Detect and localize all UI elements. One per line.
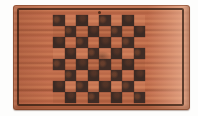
square-e1[interactable] bbox=[99, 92, 111, 103]
square-f2[interactable] bbox=[111, 81, 123, 92]
square-d6[interactable] bbox=[88, 37, 100, 48]
square-d1[interactable] bbox=[88, 92, 100, 103]
wood-knot bbox=[98, 11, 101, 14]
square-c1[interactable] bbox=[76, 92, 88, 103]
square-e8[interactable] bbox=[99, 15, 111, 26]
square-a5[interactable] bbox=[53, 48, 65, 59]
square-a7[interactable] bbox=[53, 26, 65, 37]
square-f4[interactable] bbox=[111, 59, 123, 70]
square-e7[interactable] bbox=[99, 26, 111, 37]
square-a3[interactable] bbox=[53, 70, 65, 81]
center-wear-smudge bbox=[93, 51, 111, 62]
square-f1[interactable] bbox=[111, 92, 123, 103]
square-e2[interactable] bbox=[99, 81, 111, 92]
square-d7[interactable] bbox=[88, 26, 100, 37]
square-f5[interactable] bbox=[111, 48, 123, 59]
square-g3[interactable] bbox=[122, 70, 134, 81]
square-f8[interactable] bbox=[111, 15, 123, 26]
square-g2[interactable] bbox=[122, 81, 134, 92]
square-c4[interactable] bbox=[76, 59, 88, 70]
square-a1[interactable] bbox=[53, 92, 65, 103]
square-h5[interactable] bbox=[134, 48, 146, 59]
checkers-board bbox=[13, 5, 190, 110]
square-h2[interactable] bbox=[134, 81, 146, 92]
square-b4[interactable] bbox=[65, 59, 77, 70]
square-b5[interactable] bbox=[65, 48, 77, 59]
square-h6[interactable] bbox=[134, 37, 146, 48]
square-b1[interactable] bbox=[65, 92, 77, 103]
square-h3[interactable] bbox=[134, 70, 146, 81]
square-a2[interactable] bbox=[53, 81, 65, 92]
square-h4[interactable] bbox=[134, 59, 146, 70]
square-d2[interactable] bbox=[88, 81, 100, 92]
square-c3[interactable] bbox=[76, 70, 88, 81]
square-b3[interactable] bbox=[65, 70, 77, 81]
square-g1[interactable] bbox=[122, 92, 134, 103]
square-c6[interactable] bbox=[76, 37, 88, 48]
square-f6[interactable] bbox=[111, 37, 123, 48]
square-h7[interactable] bbox=[134, 26, 146, 37]
square-b6[interactable] bbox=[65, 37, 77, 48]
square-f7[interactable] bbox=[111, 26, 123, 37]
square-g7[interactable] bbox=[122, 26, 134, 37]
square-e3[interactable] bbox=[99, 70, 111, 81]
square-a6[interactable] bbox=[53, 37, 65, 48]
square-c8[interactable] bbox=[76, 15, 88, 26]
square-c2[interactable] bbox=[76, 81, 88, 92]
square-b7[interactable] bbox=[65, 26, 77, 37]
square-g6[interactable] bbox=[122, 37, 134, 48]
square-f3[interactable] bbox=[111, 70, 123, 81]
square-a4[interactable] bbox=[53, 59, 65, 70]
photo-backdrop bbox=[0, 0, 198, 116]
square-e6[interactable] bbox=[99, 37, 111, 48]
square-g4[interactable] bbox=[122, 59, 134, 70]
square-g5[interactable] bbox=[122, 48, 134, 59]
square-h8[interactable] bbox=[134, 15, 146, 26]
square-c7[interactable] bbox=[76, 26, 88, 37]
square-c5[interactable] bbox=[76, 48, 88, 59]
square-g8[interactable] bbox=[122, 15, 134, 26]
square-a8[interactable] bbox=[53, 15, 65, 26]
square-d3[interactable] bbox=[88, 70, 100, 81]
square-b2[interactable] bbox=[65, 81, 77, 92]
square-h1[interactable] bbox=[134, 92, 146, 103]
square-b8[interactable] bbox=[65, 15, 77, 26]
square-d8[interactable] bbox=[88, 15, 100, 26]
